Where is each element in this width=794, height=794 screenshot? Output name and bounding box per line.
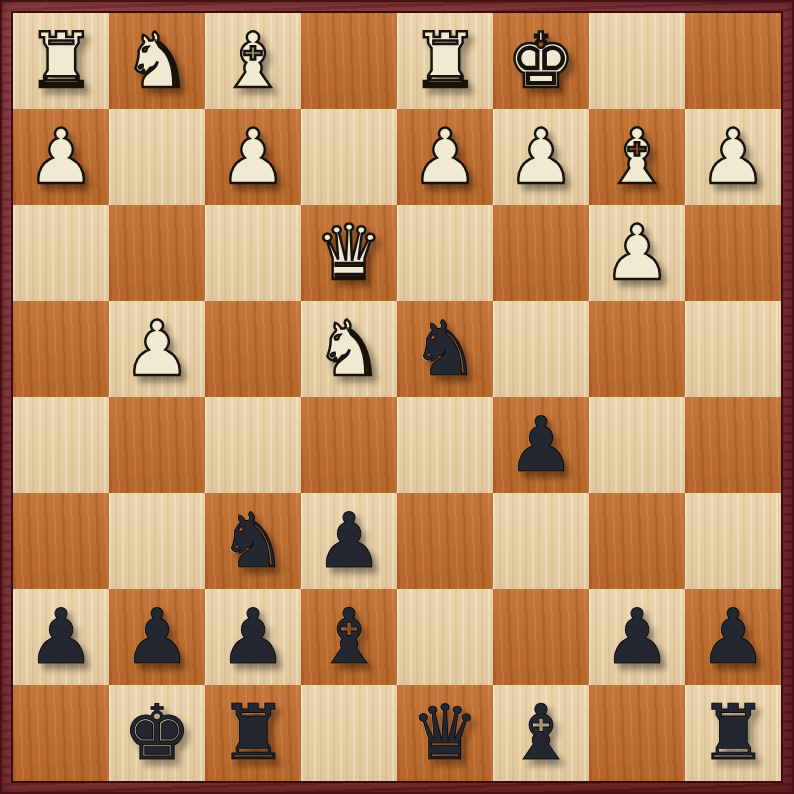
square-f8[interactable]: ♜ — [205, 685, 301, 781]
black-bishop-c8[interactable]: ♝ — [507, 685, 575, 781]
black-knight-f6[interactable]: ♞ — [219, 493, 287, 589]
square-e8[interactable] — [301, 685, 397, 781]
white-pawn-b3[interactable]: ♟ — [603, 205, 671, 301]
white-pawn-d2[interactable]: ♟ — [411, 109, 479, 205]
black-king-g8[interactable]: ♚ — [123, 685, 191, 781]
black-rook-a8[interactable]: ♜ — [699, 685, 767, 781]
square-e7[interactable]: ♝ — [301, 589, 397, 685]
board-frame: ♜♞♝♜♚♟♟♟♟♝♟♛♟♟♞♞♟♞♟♟♟♟♝♟♟♚♜♛♝♜ — [0, 0, 794, 794]
square-e3[interactable]: ♛ — [301, 205, 397, 301]
square-g1[interactable]: ♞ — [109, 13, 205, 109]
white-bishop-b2[interactable]: ♝ — [603, 109, 671, 205]
square-b3[interactable]: ♟ — [589, 205, 685, 301]
square-d5[interactable] — [397, 397, 493, 493]
square-f7[interactable]: ♟ — [205, 589, 301, 685]
square-c4[interactable] — [493, 301, 589, 397]
square-g2[interactable] — [109, 109, 205, 205]
square-a7[interactable]: ♟ — [685, 589, 781, 685]
square-h1[interactable]: ♜ — [13, 13, 109, 109]
square-f3[interactable] — [205, 205, 301, 301]
square-e2[interactable] — [301, 109, 397, 205]
white-pawn-a2[interactable]: ♟ — [699, 109, 767, 205]
black-pawn-f7[interactable]: ♟ — [219, 589, 287, 685]
black-pawn-c5[interactable]: ♟ — [507, 397, 575, 493]
white-bishop-f1[interactable]: ♝ — [219, 13, 287, 109]
square-f4[interactable] — [205, 301, 301, 397]
white-king-c1[interactable]: ♚ — [507, 13, 575, 109]
square-c7[interactable] — [493, 589, 589, 685]
square-c3[interactable] — [493, 205, 589, 301]
square-h2[interactable]: ♟ — [13, 109, 109, 205]
square-a3[interactable] — [685, 205, 781, 301]
white-rook-h1[interactable]: ♜ — [27, 13, 95, 109]
black-pawn-g7[interactable]: ♟ — [123, 589, 191, 685]
square-h5[interactable] — [13, 397, 109, 493]
square-g8[interactable]: ♚ — [109, 685, 205, 781]
square-b7[interactable]: ♟ — [589, 589, 685, 685]
square-a1[interactable] — [685, 13, 781, 109]
square-c8[interactable]: ♝ — [493, 685, 589, 781]
black-bishop-e7[interactable]: ♝ — [315, 589, 383, 685]
black-queen-d8[interactable]: ♛ — [411, 685, 479, 781]
square-h4[interactable] — [13, 301, 109, 397]
square-b5[interactable] — [589, 397, 685, 493]
square-e6[interactable]: ♟ — [301, 493, 397, 589]
black-pawn-a7[interactable]: ♟ — [699, 589, 767, 685]
square-b1[interactable] — [589, 13, 685, 109]
square-h7[interactable]: ♟ — [13, 589, 109, 685]
square-e5[interactable] — [301, 397, 397, 493]
square-h8[interactable] — [13, 685, 109, 781]
black-pawn-e6[interactable]: ♟ — [315, 493, 383, 589]
square-c5[interactable]: ♟ — [493, 397, 589, 493]
square-b6[interactable] — [589, 493, 685, 589]
square-c2[interactable]: ♟ — [493, 109, 589, 205]
square-g7[interactable]: ♟ — [109, 589, 205, 685]
square-f1[interactable]: ♝ — [205, 13, 301, 109]
square-d7[interactable] — [397, 589, 493, 685]
square-b8[interactable] — [589, 685, 685, 781]
black-pawn-h7[interactable]: ♟ — [27, 589, 95, 685]
square-d1[interactable]: ♜ — [397, 13, 493, 109]
square-a6[interactable] — [685, 493, 781, 589]
square-g4[interactable]: ♟ — [109, 301, 205, 397]
square-c1[interactable]: ♚ — [493, 13, 589, 109]
square-b2[interactable]: ♝ — [589, 109, 685, 205]
square-a5[interactable] — [685, 397, 781, 493]
white-rook-d1[interactable]: ♜ — [411, 13, 479, 109]
square-h3[interactable] — [13, 205, 109, 301]
white-pawn-f2[interactable]: ♟ — [219, 109, 287, 205]
square-f5[interactable] — [205, 397, 301, 493]
square-d4[interactable]: ♞ — [397, 301, 493, 397]
square-h6[interactable] — [13, 493, 109, 589]
square-f2[interactable]: ♟ — [205, 109, 301, 205]
square-g6[interactable] — [109, 493, 205, 589]
square-e1[interactable] — [301, 13, 397, 109]
white-queen-e3[interactable]: ♛ — [315, 205, 383, 301]
square-a8[interactable]: ♜ — [685, 685, 781, 781]
chess-board: ♜♞♝♜♚♟♟♟♟♝♟♛♟♟♞♞♟♞♟♟♟♟♝♟♟♚♜♛♝♜ — [13, 13, 781, 781]
square-d6[interactable] — [397, 493, 493, 589]
black-pawn-b7[interactable]: ♟ — [603, 589, 671, 685]
black-knight-d4[interactable]: ♞ — [411, 301, 479, 397]
square-d2[interactable]: ♟ — [397, 109, 493, 205]
square-b4[interactable] — [589, 301, 685, 397]
square-e4[interactable]: ♞ — [301, 301, 397, 397]
white-pawn-h2[interactable]: ♟ — [27, 109, 95, 205]
square-g3[interactable] — [109, 205, 205, 301]
white-knight-g1[interactable]: ♞ — [123, 13, 191, 109]
square-a2[interactable]: ♟ — [685, 109, 781, 205]
white-pawn-c2[interactable]: ♟ — [507, 109, 575, 205]
white-pawn-g4[interactable]: ♟ — [123, 301, 191, 397]
black-rook-f8[interactable]: ♜ — [219, 685, 287, 781]
square-f6[interactable]: ♞ — [205, 493, 301, 589]
square-d3[interactable] — [397, 205, 493, 301]
square-d8[interactable]: ♛ — [397, 685, 493, 781]
white-knight-e4[interactable]: ♞ — [315, 301, 383, 397]
square-a4[interactable] — [685, 301, 781, 397]
square-g5[interactable] — [109, 397, 205, 493]
square-c6[interactable] — [493, 493, 589, 589]
